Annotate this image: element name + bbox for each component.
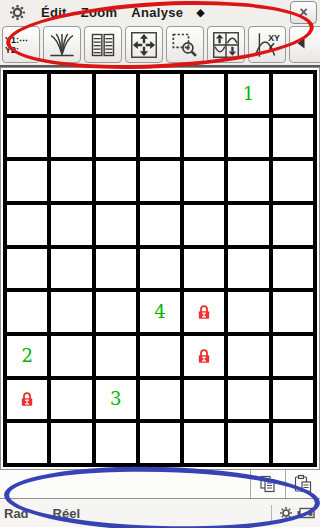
grid-cell-r3c1[interactable] [51, 205, 91, 245]
grid-cell-r7c6[interactable] [273, 380, 313, 420]
xy-label: XY [268, 32, 280, 42]
menu-zoom[interactable]: Zoom [81, 5, 118, 20]
grid-cell-r7c0[interactable] [7, 380, 47, 420]
grid-cell-r8c3[interactable] [140, 423, 180, 463]
copy-icon [258, 474, 278, 494]
status-separator [271, 505, 272, 521]
grid-cell-r0c4[interactable] [184, 74, 224, 114]
grid-cell-r6c2[interactable] [96, 336, 136, 376]
grid-cell-r6c5[interactable] [228, 336, 268, 376]
menu-bar: Édit Zoom Analyse ◆ × [0, 0, 320, 24]
grid-cell-r4c4[interactable] [184, 249, 224, 289]
grid-cell-r2c5[interactable] [228, 161, 268, 201]
grid-cell-r0c6[interactable] [273, 74, 313, 114]
clue-number: 3 [110, 390, 121, 408]
grid-cell-r8c0[interactable] [7, 423, 47, 463]
grid-cell-r4c1[interactable] [51, 249, 91, 289]
grid-cell-r1c1[interactable] [51, 118, 91, 158]
grid-cell-r5c4[interactable] [184, 292, 224, 332]
toolbar-more-button[interactable] [289, 26, 320, 63]
paste-button[interactable] [286, 470, 320, 498]
grid-cell-r6c3[interactable] [140, 336, 180, 376]
table-button[interactable] [84, 26, 122, 63]
diamond-menu-icon[interactable]: ◆ [196, 6, 204, 19]
grid-cell-r5c5[interactable] [228, 292, 268, 332]
close-button[interactable]: × [290, 1, 317, 24]
expand-arrows-icon [130, 31, 158, 59]
grid-cell-r5c3[interactable]: 4 [140, 292, 180, 332]
grid-cell-r1c3[interactable] [140, 118, 180, 158]
grid-cell-r6c0[interactable]: 2 [7, 336, 47, 376]
status-bar: Rad Réel [0, 499, 320, 527]
grid-cell-r1c0[interactable] [7, 118, 47, 158]
grid-cell-r6c1[interactable] [51, 336, 91, 376]
table-icon [89, 31, 117, 59]
grid-cell-r2c3[interactable] [140, 161, 180, 201]
graph-families-button[interactable] [43, 26, 81, 63]
grid-cell-r8c2[interactable] [96, 423, 136, 463]
grid-cell-r3c5[interactable] [228, 205, 268, 245]
clipboard-bar-spacer [0, 470, 251, 498]
menu-analyse[interactable]: Analyse [131, 5, 183, 20]
graph-area: 14 2 3 [0, 67, 320, 470]
red-lock-flag-icon [20, 391, 34, 407]
grid-cell-r2c4[interactable] [184, 161, 224, 201]
grid-cell-r3c3[interactable] [140, 205, 180, 245]
grid-cell-r3c4[interactable] [184, 205, 224, 245]
grid-cell-r2c2[interactable] [96, 161, 136, 201]
classpad-graph-window: Édit Zoom Analyse ◆ × Y1:⋯ Y2: [0, 0, 320, 528]
more-arrow-icon [294, 31, 320, 59]
y1-y2-label: Y1:⋯ Y2: [3, 35, 39, 55]
grid-cell-r7c2[interactable]: 3 [96, 380, 136, 420]
zoom-fit-button[interactable] [125, 26, 163, 63]
grid-cell-r4c5[interactable] [228, 249, 268, 289]
trace-xy-icon: XY [253, 31, 281, 59]
grid-cell-r0c5[interactable]: 1 [228, 74, 268, 114]
grid-cell-r4c0[interactable] [7, 249, 47, 289]
curve-family-icon [48, 31, 76, 59]
grid-cell-r4c6[interactable] [273, 249, 313, 289]
red-lock-flag-icon [197, 304, 211, 320]
grid-cell-r5c1[interactable] [51, 292, 91, 332]
grid-cell-r1c4[interactable] [184, 118, 224, 158]
graph-editor-button[interactable]: Y1:⋯ Y2: [2, 26, 40, 63]
clue-number: 4 [154, 303, 165, 321]
grid-cell-r3c0[interactable] [7, 205, 47, 245]
grid-cell-r0c3[interactable] [140, 74, 180, 114]
min-max-button[interactable] [207, 26, 245, 63]
status-gear-icon [279, 506, 293, 520]
grid-cell-r2c1[interactable] [51, 161, 91, 201]
grid-cell-r1c5[interactable] [228, 118, 268, 158]
paste-icon [293, 474, 313, 494]
grid-cell-r4c3[interactable] [140, 249, 180, 289]
grid-cell-r7c3[interactable] [140, 380, 180, 420]
grid-cell-r0c1[interactable] [51, 74, 91, 114]
zoom-box-icon [171, 31, 199, 59]
board: 14 2 3 [3, 70, 317, 467]
red-lock-flag-icon [197, 348, 211, 364]
grid-cell-r7c4[interactable] [184, 380, 224, 420]
clue-number: 2 [21, 347, 32, 365]
clue-number: 1 [243, 85, 254, 103]
grid-cell-r3c6[interactable] [273, 205, 313, 245]
clipboard-bar [0, 470, 320, 499]
grid-cell-r8c4[interactable] [184, 423, 224, 463]
gear-icon[interactable] [9, 4, 26, 21]
grid-cell-r4c2[interactable] [96, 249, 136, 289]
grid-cell-r3c2[interactable] [96, 205, 136, 245]
grid-cell-r0c0[interactable] [7, 74, 47, 114]
copy-button[interactable] [251, 470, 286, 498]
grid-cell-r1c6[interactable] [273, 118, 313, 158]
grid-cell-r8c5[interactable] [228, 423, 268, 463]
grid-cell-r2c0[interactable] [7, 161, 47, 201]
battery-icon [296, 505, 316, 521]
grid-cell-r5c2[interactable] [96, 292, 136, 332]
trace-xy-button[interactable]: XY [248, 26, 286, 63]
min-max-icon [212, 31, 240, 59]
grid-cell-r7c1[interactable] [51, 380, 91, 420]
grid-cell-r8c6[interactable] [273, 423, 313, 463]
grid-cell-r5c6[interactable] [273, 292, 313, 332]
grid-cell-r6c6[interactable] [273, 336, 313, 376]
zoom-box-button[interactable] [166, 26, 204, 63]
toolbar: Y1:⋯ Y2: [0, 24, 320, 67]
number-mode-indicator[interactable]: Réel [53, 506, 80, 521]
grid-cell-r2c6[interactable] [273, 161, 313, 201]
grid-cell-r5c0[interactable] [7, 292, 47, 332]
menu-edit[interactable]: Édit [41, 5, 67, 20]
grid-cell-r0c2[interactable] [96, 74, 136, 114]
grid-cell-r8c1[interactable] [51, 423, 91, 463]
grid-cell-r6c4[interactable] [184, 336, 224, 376]
grid-cell-r7c5[interactable] [228, 380, 268, 420]
angle-mode-indicator[interactable]: Rad [4, 506, 29, 521]
grid-cell-r1c2[interactable] [96, 118, 136, 158]
